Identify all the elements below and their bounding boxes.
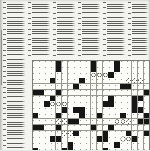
clue-text-block bbox=[57, 2, 75, 58]
white-cell[interactable] bbox=[97, 148, 102, 150]
white-cell[interactable] bbox=[97, 78, 102, 83]
white-cell[interactable] bbox=[97, 90, 102, 95]
white-cell[interactable] bbox=[85, 72, 90, 77]
white-cell[interactable] bbox=[114, 107, 119, 112]
white-cell[interactable] bbox=[33, 66, 38, 71]
black-cell bbox=[44, 101, 49, 106]
white-cell[interactable] bbox=[56, 142, 61, 147]
black-cell bbox=[97, 136, 102, 141]
white-cell[interactable] bbox=[138, 148, 143, 150]
white-cell[interactable] bbox=[144, 148, 149, 150]
circled-cell[interactable] bbox=[132, 78, 137, 83]
black-cell bbox=[120, 84, 125, 89]
white-cell[interactable] bbox=[91, 148, 96, 150]
circled-cell[interactable] bbox=[138, 78, 143, 83]
white-cell[interactable] bbox=[79, 125, 84, 130]
white-cell[interactable] bbox=[79, 101, 84, 106]
white-cell[interactable] bbox=[68, 84, 73, 89]
white-cell[interactable] bbox=[126, 107, 131, 112]
circled-cell[interactable] bbox=[114, 119, 119, 124]
white-cell[interactable] bbox=[85, 96, 90, 101]
white-cell[interactable] bbox=[114, 113, 119, 118]
white-cell[interactable] bbox=[62, 125, 67, 130]
circled-cell[interactable] bbox=[126, 136, 131, 141]
circled-cell[interactable] bbox=[120, 136, 125, 141]
white-cell[interactable] bbox=[33, 131, 38, 136]
white-cell[interactable] bbox=[38, 101, 43, 106]
white-cell[interactable] bbox=[73, 61, 78, 66]
black-cell bbox=[91, 125, 96, 130]
white-cell[interactable] bbox=[50, 61, 55, 66]
white-cell[interactable] bbox=[132, 125, 137, 130]
white-cell[interactable] bbox=[38, 84, 43, 89]
white-cell[interactable] bbox=[62, 96, 67, 101]
white-cell[interactable] bbox=[44, 113, 49, 118]
white-cell[interactable] bbox=[97, 125, 102, 130]
white-cell[interactable] bbox=[97, 84, 102, 89]
white-cell[interactable] bbox=[79, 96, 84, 101]
white-cell[interactable] bbox=[97, 131, 102, 136]
white-cell[interactable] bbox=[85, 101, 90, 106]
white-cell[interactable] bbox=[85, 90, 90, 95]
white-cell[interactable] bbox=[114, 84, 119, 89]
white-cell[interactable] bbox=[103, 78, 108, 83]
white-cell[interactable] bbox=[120, 148, 125, 150]
white-cell[interactable] bbox=[120, 107, 125, 112]
white-cell[interactable] bbox=[144, 96, 149, 101]
white-cell[interactable] bbox=[38, 96, 43, 101]
white-cell[interactable] bbox=[50, 142, 55, 147]
white-cell[interactable] bbox=[126, 90, 131, 95]
white-cell[interactable] bbox=[85, 61, 90, 66]
white-cell[interactable] bbox=[138, 90, 143, 95]
white-cell[interactable] bbox=[33, 84, 38, 89]
white-cell[interactable] bbox=[62, 78, 67, 83]
white-cell[interactable] bbox=[62, 136, 67, 141]
clue-numbers-gutter bbox=[78, 2, 82, 58]
white-cell[interactable] bbox=[114, 148, 119, 150]
white-cell[interactable] bbox=[56, 96, 61, 101]
white-cell[interactable] bbox=[97, 119, 102, 124]
white-cell[interactable] bbox=[103, 96, 108, 101]
clue-numbers-gutter bbox=[28, 2, 32, 58]
white-cell[interactable] bbox=[68, 101, 73, 106]
white-cell[interactable] bbox=[50, 72, 55, 77]
white-cell[interactable] bbox=[108, 136, 113, 141]
white-cell[interactable] bbox=[108, 84, 113, 89]
white-cell[interactable] bbox=[114, 101, 119, 106]
white-cell[interactable] bbox=[85, 142, 90, 147]
white-cell[interactable] bbox=[91, 101, 96, 106]
white-cell[interactable] bbox=[44, 148, 49, 150]
circled-cell[interactable] bbox=[126, 119, 131, 124]
white-cell[interactable] bbox=[91, 119, 96, 124]
black-cell bbox=[50, 78, 55, 83]
circled-cell[interactable] bbox=[62, 101, 67, 106]
white-cell[interactable] bbox=[108, 113, 113, 118]
crossword-grid bbox=[32, 60, 150, 151]
white-cell[interactable] bbox=[38, 66, 43, 71]
black-cell bbox=[138, 107, 143, 112]
white-cell[interactable] bbox=[73, 101, 78, 106]
white-cell[interactable] bbox=[38, 78, 43, 83]
white-cell[interactable] bbox=[97, 66, 102, 71]
white-cell[interactable] bbox=[73, 96, 78, 101]
white-cell[interactable] bbox=[85, 78, 90, 83]
white-cell[interactable] bbox=[56, 131, 61, 136]
white-cell[interactable] bbox=[91, 78, 96, 83]
white-cell[interactable] bbox=[132, 119, 137, 124]
white-cell[interactable] bbox=[79, 90, 84, 95]
white-cell[interactable] bbox=[120, 96, 125, 101]
white-cell[interactable] bbox=[50, 125, 55, 130]
white-cell[interactable] bbox=[62, 72, 67, 77]
white-cell[interactable] bbox=[138, 113, 143, 118]
white-cell[interactable] bbox=[144, 72, 149, 77]
circled-cell[interactable] bbox=[56, 101, 61, 106]
white-cell[interactable] bbox=[120, 61, 125, 66]
black-cell bbox=[56, 113, 61, 118]
white-cell[interactable] bbox=[114, 90, 119, 95]
white-cell[interactable] bbox=[144, 78, 149, 83]
white-cell[interactable] bbox=[38, 131, 43, 136]
circled-cell[interactable] bbox=[126, 78, 131, 83]
white-cell[interactable] bbox=[38, 136, 43, 141]
circled-cell[interactable] bbox=[91, 72, 96, 77]
white-cell[interactable] bbox=[126, 148, 131, 150]
clue-numbers-gutter bbox=[103, 2, 107, 58]
white-cell[interactable] bbox=[33, 78, 38, 83]
white-cell[interactable] bbox=[103, 61, 108, 66]
white-cell[interactable] bbox=[103, 113, 108, 118]
white-cell[interactable] bbox=[108, 78, 113, 83]
white-cell[interactable] bbox=[85, 84, 90, 89]
black-cell bbox=[33, 113, 38, 118]
white-cell[interactable] bbox=[56, 78, 61, 83]
white-cell[interactable] bbox=[120, 66, 125, 71]
white-cell[interactable] bbox=[126, 101, 131, 106]
black-cell bbox=[50, 136, 55, 141]
white-cell[interactable] bbox=[33, 101, 38, 106]
white-cell[interactable] bbox=[62, 61, 67, 66]
clue-column-2 bbox=[28, 2, 50, 58]
white-cell[interactable] bbox=[50, 66, 55, 71]
white-cell[interactable] bbox=[79, 66, 84, 71]
white-cell[interactable] bbox=[73, 78, 78, 83]
circled-cell[interactable] bbox=[62, 119, 67, 124]
white-cell[interactable] bbox=[33, 136, 38, 141]
white-cell[interactable] bbox=[44, 136, 49, 141]
white-cell[interactable] bbox=[68, 136, 73, 141]
white-cell[interactable] bbox=[108, 142, 113, 147]
white-cell[interactable] bbox=[85, 107, 90, 112]
white-cell[interactable] bbox=[138, 125, 143, 130]
white-cell[interactable] bbox=[73, 66, 78, 71]
white-cell[interactable] bbox=[97, 142, 102, 147]
white-cell[interactable] bbox=[144, 142, 149, 147]
white-cell[interactable] bbox=[114, 96, 119, 101]
black-cell bbox=[114, 66, 119, 71]
white-cell[interactable] bbox=[132, 148, 137, 150]
white-cell[interactable] bbox=[132, 84, 137, 89]
white-cell[interactable] bbox=[91, 96, 96, 101]
white-cell[interactable] bbox=[62, 66, 67, 71]
white-cell[interactable] bbox=[138, 131, 143, 136]
white-cell[interactable] bbox=[73, 136, 78, 141]
white-cell[interactable] bbox=[108, 66, 113, 71]
white-cell[interactable] bbox=[73, 72, 78, 77]
crossword-page bbox=[0, 0, 150, 150]
white-cell[interactable] bbox=[68, 61, 73, 66]
white-cell[interactable] bbox=[44, 90, 49, 95]
white-cell[interactable] bbox=[38, 61, 43, 66]
white-cell[interactable] bbox=[50, 107, 55, 112]
clue-text-block bbox=[132, 2, 148, 58]
white-cell[interactable] bbox=[132, 72, 137, 77]
white-cell[interactable] bbox=[73, 90, 78, 95]
white-cell[interactable] bbox=[132, 66, 137, 71]
white-cell[interactable] bbox=[62, 142, 67, 147]
white-cell[interactable] bbox=[97, 96, 102, 101]
black-cell bbox=[103, 101, 108, 106]
white-cell[interactable] bbox=[126, 113, 131, 118]
white-cell[interactable] bbox=[91, 142, 96, 147]
white-cell[interactable] bbox=[73, 125, 78, 130]
white-cell[interactable] bbox=[91, 84, 96, 89]
white-cell[interactable] bbox=[68, 66, 73, 71]
white-cell[interactable] bbox=[103, 66, 108, 71]
black-cell bbox=[38, 90, 43, 95]
white-cell[interactable] bbox=[138, 61, 143, 66]
white-cell[interactable] bbox=[38, 148, 43, 150]
white-cell[interactable] bbox=[68, 96, 73, 101]
white-cell[interactable] bbox=[114, 125, 119, 130]
white-cell[interactable] bbox=[144, 101, 149, 106]
clue-text-block bbox=[7, 2, 25, 148]
white-cell[interactable] bbox=[126, 61, 131, 66]
white-cell[interactable] bbox=[68, 78, 73, 83]
white-cell[interactable] bbox=[126, 66, 131, 71]
white-cell[interactable] bbox=[44, 107, 49, 112]
white-cell[interactable] bbox=[44, 96, 49, 101]
black-cell bbox=[97, 113, 102, 118]
white-cell[interactable] bbox=[144, 125, 149, 130]
white-cell[interactable] bbox=[138, 101, 143, 106]
white-cell[interactable] bbox=[62, 84, 67, 89]
circled-cell[interactable] bbox=[68, 131, 73, 136]
circled-cell[interactable] bbox=[56, 119, 61, 124]
white-cell[interactable] bbox=[144, 136, 149, 141]
white-cell[interactable] bbox=[38, 107, 43, 112]
white-cell[interactable] bbox=[33, 142, 38, 147]
white-cell[interactable] bbox=[144, 107, 149, 112]
white-cell[interactable] bbox=[56, 72, 61, 77]
circled-cell[interactable] bbox=[120, 119, 125, 124]
white-cell[interactable] bbox=[103, 125, 108, 130]
white-cell[interactable] bbox=[126, 96, 131, 101]
white-cell[interactable] bbox=[132, 131, 137, 136]
white-cell[interactable] bbox=[44, 131, 49, 136]
white-cell[interactable] bbox=[79, 119, 84, 124]
white-cell[interactable] bbox=[68, 72, 73, 77]
white-cell[interactable] bbox=[85, 136, 90, 141]
white-cell[interactable] bbox=[85, 148, 90, 150]
white-cell[interactable] bbox=[126, 72, 131, 77]
white-cell[interactable] bbox=[108, 90, 113, 95]
white-cell[interactable] bbox=[38, 142, 43, 147]
white-cell[interactable] bbox=[44, 61, 49, 66]
black-cell bbox=[114, 142, 119, 147]
white-cell[interactable] bbox=[68, 125, 73, 130]
white-cell[interactable] bbox=[38, 119, 43, 124]
white-cell[interactable] bbox=[44, 142, 49, 147]
white-cell[interactable] bbox=[108, 148, 113, 150]
black-cell bbox=[56, 61, 61, 66]
white-cell[interactable] bbox=[50, 84, 55, 89]
clue-column-1 bbox=[3, 2, 25, 148]
clue-text-block bbox=[82, 2, 100, 58]
white-cell[interactable] bbox=[91, 107, 96, 112]
white-cell[interactable] bbox=[79, 131, 84, 136]
circled-cell[interactable] bbox=[103, 72, 108, 77]
white-cell[interactable] bbox=[138, 136, 143, 141]
page-edge-shadow bbox=[1, 30, 2, 85]
white-cell[interactable] bbox=[103, 90, 108, 95]
white-cell[interactable] bbox=[126, 142, 131, 147]
white-cell[interactable] bbox=[120, 142, 125, 147]
white-cell[interactable] bbox=[144, 61, 149, 66]
white-cell[interactable] bbox=[120, 90, 125, 95]
white-cell[interactable] bbox=[120, 125, 125, 130]
white-cell[interactable] bbox=[85, 125, 90, 130]
clue-text-block bbox=[32, 2, 50, 58]
white-cell[interactable] bbox=[138, 84, 143, 89]
black-cell bbox=[138, 119, 143, 124]
white-cell[interactable] bbox=[33, 72, 38, 77]
white-cell[interactable] bbox=[103, 142, 108, 147]
white-cell[interactable] bbox=[114, 78, 119, 83]
white-cell[interactable] bbox=[108, 61, 113, 66]
white-cell[interactable] bbox=[73, 148, 78, 150]
white-cell[interactable] bbox=[33, 61, 38, 66]
white-cell[interactable] bbox=[44, 125, 49, 130]
black-cell bbox=[108, 125, 113, 130]
white-cell[interactable] bbox=[108, 119, 113, 124]
white-cell[interactable] bbox=[68, 90, 73, 95]
black-cell bbox=[79, 113, 84, 118]
black-cell bbox=[56, 66, 61, 71]
black-cell bbox=[132, 101, 137, 106]
white-cell[interactable] bbox=[38, 113, 43, 118]
white-cell[interactable] bbox=[132, 90, 137, 95]
white-cell[interactable] bbox=[73, 113, 78, 118]
white-cell[interactable] bbox=[85, 131, 90, 136]
black-cell bbox=[56, 136, 61, 141]
white-cell[interactable] bbox=[132, 61, 137, 66]
black-cell bbox=[103, 131, 108, 136]
white-cell[interactable] bbox=[56, 84, 61, 89]
white-cell[interactable] bbox=[50, 90, 55, 95]
white-cell[interactable] bbox=[97, 101, 102, 106]
white-cell[interactable] bbox=[114, 136, 119, 141]
white-cell[interactable] bbox=[79, 72, 84, 77]
white-cell[interactable] bbox=[50, 148, 55, 150]
white-cell[interactable] bbox=[73, 142, 78, 147]
white-cell[interactable] bbox=[144, 84, 149, 89]
white-cell[interactable] bbox=[91, 131, 96, 136]
white-cell[interactable] bbox=[44, 84, 49, 89]
white-cell[interactable] bbox=[132, 113, 137, 118]
white-cell[interactable] bbox=[33, 119, 38, 124]
black-cell bbox=[79, 78, 84, 83]
white-cell[interactable] bbox=[91, 113, 96, 118]
circled-cell[interactable] bbox=[62, 131, 67, 136]
white-cell[interactable] bbox=[79, 84, 84, 89]
white-cell[interactable] bbox=[138, 66, 143, 71]
white-cell[interactable] bbox=[68, 113, 73, 118]
white-cell[interactable] bbox=[50, 119, 55, 124]
white-cell[interactable] bbox=[138, 142, 143, 147]
white-cell[interactable] bbox=[44, 72, 49, 77]
white-cell[interactable] bbox=[132, 142, 137, 147]
white-cell[interactable] bbox=[33, 107, 38, 112]
white-cell[interactable] bbox=[126, 125, 131, 130]
white-cell[interactable] bbox=[97, 61, 102, 66]
white-cell[interactable] bbox=[79, 142, 84, 147]
white-cell[interactable] bbox=[108, 107, 113, 112]
white-cell[interactable] bbox=[91, 136, 96, 141]
white-cell[interactable] bbox=[79, 136, 84, 141]
white-cell[interactable] bbox=[103, 84, 108, 89]
white-cell[interactable] bbox=[144, 66, 149, 71]
white-cell[interactable] bbox=[120, 78, 125, 83]
white-cell[interactable] bbox=[120, 101, 125, 106]
white-cell[interactable] bbox=[79, 148, 84, 150]
white-cell[interactable] bbox=[44, 119, 49, 124]
circled-cell[interactable] bbox=[50, 101, 55, 106]
white-cell[interactable] bbox=[56, 148, 61, 150]
white-cell[interactable] bbox=[62, 90, 67, 95]
white-cell[interactable] bbox=[44, 66, 49, 71]
white-cell[interactable] bbox=[91, 90, 96, 95]
black-cell bbox=[33, 125, 38, 130]
white-cell[interactable] bbox=[33, 96, 38, 101]
white-cell[interactable] bbox=[114, 131, 119, 136]
black-cell bbox=[132, 96, 137, 101]
white-cell[interactable] bbox=[85, 113, 90, 118]
black-cell bbox=[144, 113, 149, 118]
white-cell[interactable] bbox=[85, 66, 90, 71]
white-cell[interactable] bbox=[68, 107, 73, 112]
white-cell[interactable] bbox=[120, 131, 125, 136]
white-cell[interactable] bbox=[97, 107, 102, 112]
white-cell[interactable] bbox=[79, 61, 84, 66]
white-cell[interactable] bbox=[114, 72, 119, 77]
white-cell[interactable] bbox=[50, 113, 55, 118]
white-cell[interactable] bbox=[56, 107, 61, 112]
white-cell[interactable] bbox=[50, 131, 55, 136]
white-cell[interactable] bbox=[103, 119, 108, 124]
white-cell[interactable] bbox=[38, 72, 43, 77]
circled-cell[interactable] bbox=[97, 72, 102, 77]
white-cell[interactable] bbox=[62, 113, 67, 118]
white-cell[interactable] bbox=[120, 72, 125, 77]
white-cell[interactable] bbox=[108, 131, 113, 136]
white-cell[interactable] bbox=[85, 119, 90, 124]
white-cell[interactable] bbox=[138, 72, 143, 77]
white-cell[interactable] bbox=[44, 78, 49, 83]
white-cell[interactable] bbox=[103, 107, 108, 112]
